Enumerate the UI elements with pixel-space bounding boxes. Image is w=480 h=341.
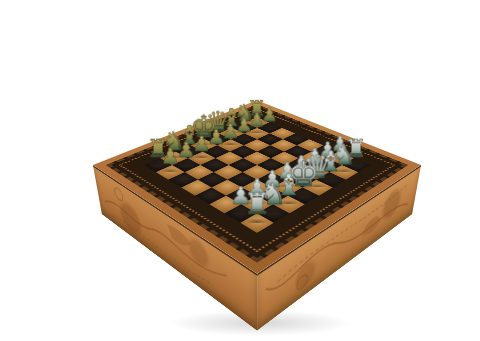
- chess-set-photo: ♜♞♝♛♚♝♞♜♟♟♟♟♟♟♟♟♟♟♟♟♟♟♟♟♜♞♝♛♚♝♞♜: [0, 0, 480, 341]
- piece-white-rook-h1: ♜: [239, 184, 274, 223]
- chess-box: ♜♞♝♛♚♝♞♜♟♟♟♟♟♟♟♟♟♟♟♟♟♟♟♟♜♞♝♛♚♝♞♜: [93, 100, 421, 274]
- pawn-glyph: ♟: [155, 143, 186, 173]
- scene-stage: ♜♞♝♛♚♝♞♜♟♟♟♟♟♟♟♟♟♟♟♟♟♟♟♟♜♞♝♛♚♝♞♜: [0, 0, 480, 341]
- board-square-h6: [168, 172, 198, 187]
- board-square-h5: [181, 180, 211, 196]
- rook-glyph: ♜: [239, 184, 274, 223]
- piece-black-pawn-h7: ♟: [155, 143, 186, 173]
- board-square-g6: [185, 165, 214, 180]
- board-square-f5: [214, 165, 243, 180]
- board-square-h4: [195, 187, 226, 204]
